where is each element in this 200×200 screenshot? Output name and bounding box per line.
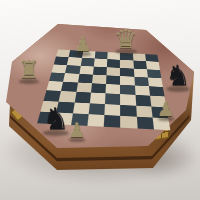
- white-pawn-glyph: ♟: [74, 34, 92, 54]
- square-e2[interactable]: [104, 104, 120, 116]
- white-pawn-glyph: ♟: [157, 99, 175, 119]
- square-f2[interactable]: [120, 105, 136, 117]
- black-knight[interactable]: ♞: [165, 62, 190, 90]
- white-pawn-glyph: ♟: [68, 120, 86, 140]
- white-queen-glyph: ♛: [114, 26, 137, 52]
- square-f1[interactable]: [120, 116, 137, 129]
- black-knight-glyph: ♞: [43, 104, 70, 134]
- black-knight-glyph: ♞: [165, 62, 190, 90]
- white-pawn[interactable]: ♟: [68, 120, 86, 140]
- white-pawn[interactable]: ♟: [157, 99, 175, 119]
- black-knight[interactable]: ♞: [43, 104, 70, 134]
- white-pawn[interactable]: ♟: [74, 34, 92, 54]
- white-rook-glyph: ♜: [18, 58, 40, 82]
- square-c2[interactable]: [72, 102, 89, 114]
- square-e1[interactable]: [104, 115, 121, 128]
- chess-box-photo: ♟♛♜♞♞♟♟: [0, 0, 200, 200]
- white-queen[interactable]: ♛: [114, 26, 137, 52]
- square-d1[interactable]: [87, 114, 104, 127]
- white-rook[interactable]: ♜: [18, 58, 40, 82]
- square-g1[interactable]: [136, 116, 153, 129]
- square-d2[interactable]: [88, 103, 105, 115]
- square-g2[interactable]: [136, 105, 153, 117]
